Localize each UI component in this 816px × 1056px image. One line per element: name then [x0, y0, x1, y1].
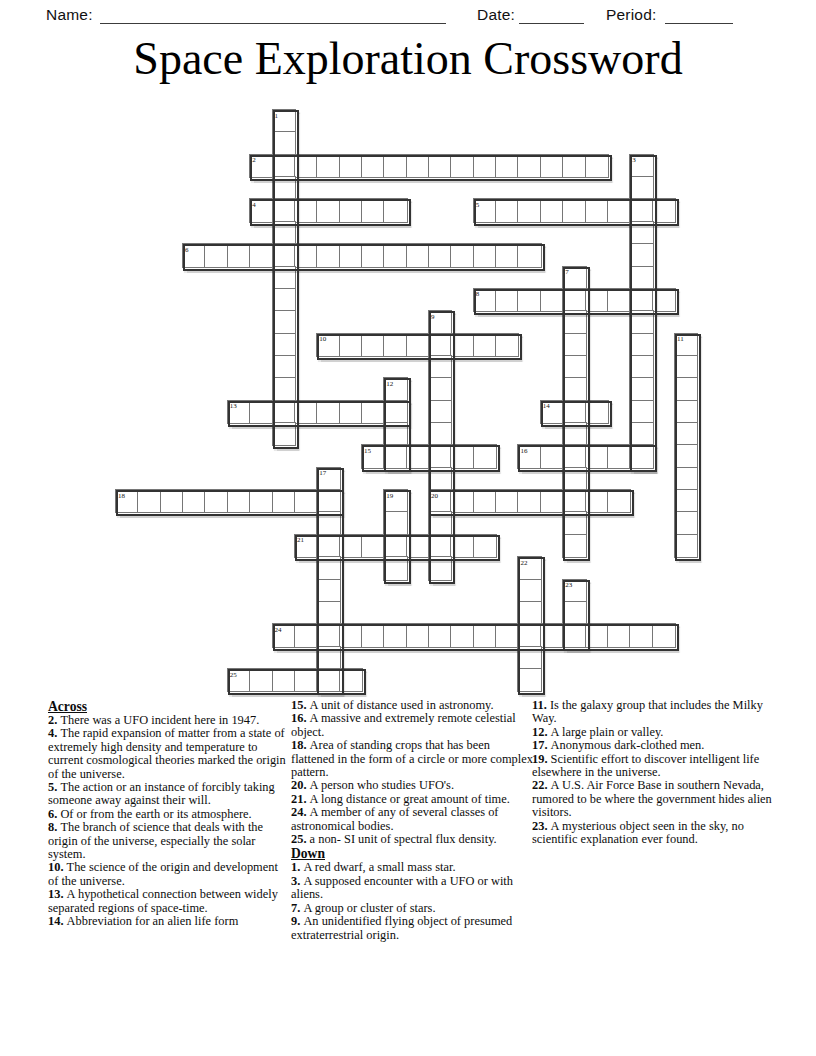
grid-cell[interactable]	[340, 155, 362, 177]
grid-cell[interactable]	[295, 624, 317, 646]
grid-cell[interactable]	[630, 311, 652, 333]
clue-item: 17. Anonymous dark-clothed men.	[532, 739, 772, 752]
grid-cell[interactable]	[608, 445, 630, 467]
grid-cell[interactable]	[340, 624, 362, 646]
grid-cell[interactable]	[362, 401, 384, 423]
clue-item: 3. A supposed encounter with a UFO or wi…	[291, 875, 533, 902]
grid-cell[interactable]	[273, 110, 295, 132]
grid-cell[interactable]	[295, 155, 317, 177]
grid-cell[interactable]	[317, 334, 339, 356]
clue-item: 12. A large plain or valley.	[532, 726, 772, 739]
grid-cell[interactable]	[340, 535, 362, 557]
grid-cell[interactable]	[317, 602, 339, 624]
clue-column-1: Across2. There was a UFO incident here i…	[48, 699, 286, 929]
grid-cell[interactable]	[273, 356, 295, 378]
grid-cell[interactable]	[563, 155, 585, 177]
grid-cell[interactable]	[563, 289, 585, 311]
grid-cell[interactable]	[295, 199, 317, 221]
clue-column-3: 11. Is the galaxy group that includes th…	[532, 699, 772, 846]
grid-cell[interactable]	[429, 401, 451, 423]
grid-cell[interactable]	[295, 535, 317, 557]
grid-cell[interactable]	[541, 155, 563, 177]
across-heading: Across	[48, 699, 286, 714]
grid-cell[interactable]	[362, 244, 384, 266]
grid-cell[interactable]	[630, 155, 652, 177]
grid-cell[interactable]	[496, 244, 518, 266]
grid-cell[interactable]	[496, 199, 518, 221]
grid-cell[interactable]	[384, 512, 406, 534]
grid-cell[interactable]	[116, 490, 138, 512]
grid-cell[interactable]	[563, 401, 585, 423]
grid-cell[interactable]	[317, 512, 339, 534]
clue-item: 21. A long distance or great amount of t…	[291, 793, 533, 806]
grid-cell[interactable]	[362, 199, 384, 221]
grid-cell[interactable]	[496, 490, 518, 512]
grid-cell[interactable]	[675, 445, 697, 467]
grid-cell[interactable]	[273, 378, 295, 400]
grid-cell[interactable]	[586, 624, 608, 646]
grid-cell[interactable]	[563, 602, 585, 624]
clue-item: 23. A mysterious object seen in the sky,…	[532, 820, 772, 847]
grid-cell[interactable]	[317, 669, 339, 691]
grid-cell[interactable]	[295, 244, 317, 266]
grid-cell[interactable]	[675, 334, 697, 356]
grid-cell[interactable]	[630, 244, 652, 266]
grid-cell[interactable]	[563, 199, 585, 221]
grid-cell[interactable]	[586, 401, 608, 423]
grid-cell[interactable]	[273, 222, 295, 244]
grid-cell[interactable]	[563, 334, 585, 356]
grid-cell[interactable]	[161, 490, 183, 512]
grid-cell[interactable]	[407, 535, 429, 557]
grid-cell[interactable]	[630, 401, 652, 423]
grid-cell[interactable]	[675, 401, 697, 423]
grid-cell[interactable]	[675, 378, 697, 400]
grid-cell[interactable]	[362, 155, 384, 177]
grid-cell[interactable]	[384, 535, 406, 557]
clue-item: 4. The rapid expansion of matter from a …	[48, 727, 286, 781]
grid-cell[interactable]	[630, 356, 652, 378]
grid-cell[interactable]	[340, 669, 362, 691]
grid-cell[interactable]	[541, 624, 563, 646]
clue-item: 8. The branch of science that deals with…	[48, 821, 286, 861]
grid-cell[interactable]	[518, 624, 540, 646]
grid-cell[interactable]	[451, 334, 473, 356]
grid-cell[interactable]	[518, 580, 540, 602]
grid-cell[interactable]	[384, 557, 406, 579]
grid-cell[interactable]	[451, 244, 473, 266]
grid-cell[interactable]	[295, 669, 317, 691]
period-blank-line[interactable]	[665, 2, 733, 24]
grid-cell[interactable]	[340, 244, 362, 266]
grid-cell[interactable]	[273, 334, 295, 356]
grid-cell[interactable]	[518, 557, 540, 579]
grid-cell[interactable]	[563, 311, 585, 333]
grid-cell[interactable]	[630, 445, 652, 467]
grid-cell[interactable]	[228, 401, 250, 423]
grid-cell[interactable]	[407, 624, 429, 646]
grid-cell[interactable]	[630, 199, 652, 221]
grid-cell[interactable]	[317, 468, 339, 490]
grid-cell[interactable]	[384, 155, 406, 177]
grid-cell[interactable]	[630, 177, 652, 199]
clue-item: 1. A red dwarf, a small mass star.	[291, 861, 533, 874]
date-blank-line[interactable]	[519, 2, 584, 24]
grid-cell[interactable]	[273, 132, 295, 154]
grid-cell[interactable]	[518, 289, 540, 311]
grid-cell[interactable]	[541, 289, 563, 311]
grid-cell[interactable]	[429, 445, 451, 467]
grid-cell[interactable]	[384, 490, 406, 512]
grid-cell[interactable]	[228, 244, 250, 266]
clue-item: 16. A massive and extremely remote celes…	[291, 712, 533, 739]
grid-cell[interactable]	[317, 490, 339, 512]
clue-item: 19. Scientific effort to discover intell…	[532, 753, 772, 780]
grid-cell[interactable]	[384, 244, 406, 266]
grid-cell[interactable]	[630, 334, 652, 356]
grid-cell[interactable]	[496, 155, 518, 177]
grid-cell[interactable]	[407, 155, 429, 177]
grid-cell[interactable]	[518, 155, 540, 177]
grid-cell[interactable]	[273, 155, 295, 177]
grid-cell[interactable]	[228, 490, 250, 512]
grid-cell[interactable]	[563, 468, 585, 490]
clue-item: 22. A U.S. Air Force Base in southern Ne…	[532, 779, 772, 819]
grid-cell[interactable]	[273, 177, 295, 199]
clue-item: 14. Abbreviation for an alien life form	[48, 915, 286, 928]
grid-cell[interactable]	[362, 334, 384, 356]
grid-cell[interactable]	[653, 289, 675, 311]
grid-cell[interactable]	[250, 155, 272, 177]
grid-cell[interactable]	[586, 199, 608, 221]
grid-cell[interactable]	[317, 557, 339, 579]
grid-cell[interactable]	[362, 624, 384, 646]
grid-cell[interactable]	[563, 356, 585, 378]
grid-cell[interactable]	[429, 423, 451, 445]
grid-cell[interactable]	[429, 490, 451, 512]
grid-cell[interactable]	[429, 535, 451, 557]
grid-cell[interactable]	[563, 512, 585, 534]
grid-cell[interactable]	[541, 199, 563, 221]
grid-cell[interactable]	[317, 535, 339, 557]
grid-cell[interactable]	[340, 199, 362, 221]
grid-cell[interactable]	[317, 624, 339, 646]
grid-cell[interactable]	[429, 512, 451, 534]
grid-cell[interactable]	[474, 289, 496, 311]
grid-cell[interactable]	[250, 199, 272, 221]
grid-cell[interactable]	[474, 445, 496, 467]
grid-cell[interactable]	[407, 334, 429, 356]
grid-cell[interactable]	[273, 289, 295, 311]
clue-item: 20. A person who studies UFO's.	[291, 779, 533, 792]
clue-item: 6. Of or from the earth or its atmospher…	[48, 808, 286, 821]
grid-cell[interactable]	[518, 244, 540, 266]
grid-cell[interactable]	[608, 289, 630, 311]
grid-cell[interactable]	[228, 669, 250, 691]
grid-cell[interactable]	[474, 334, 496, 356]
grid-cell[interactable]	[317, 401, 339, 423]
grid-cell[interactable]	[451, 445, 473, 467]
grid-cell[interactable]	[630, 423, 652, 445]
grid-cell[interactable]	[586, 155, 608, 177]
grid-cell[interactable]	[608, 490, 630, 512]
grid-cell[interactable]	[340, 401, 362, 423]
grid-cell[interactable]	[474, 624, 496, 646]
grid-cell[interactable]	[250, 401, 272, 423]
grid-cell[interactable]	[675, 423, 697, 445]
grid-cell[interactable]	[295, 490, 317, 512]
grid-cell[interactable]	[474, 535, 496, 557]
grid-cell[interactable]	[429, 557, 451, 579]
clue-item: 25. a non- SI unit of spectral flux dens…	[291, 833, 533, 846]
grid-cell[interactable]	[429, 624, 451, 646]
grid-cell[interactable]	[317, 199, 339, 221]
name-label: Name:	[46, 6, 93, 24]
grid-cell[interactable]	[675, 535, 697, 557]
grid-cell[interactable]	[675, 512, 697, 534]
grid-cell[interactable]	[474, 244, 496, 266]
grid-cell[interactable]	[451, 490, 473, 512]
clue-item: 7. A group or cluster of stars.	[291, 902, 533, 915]
date-label: Date:	[477, 6, 515, 24]
down-heading: Down	[291, 846, 533, 861]
grid-cell[interactable]	[451, 155, 473, 177]
grid-cell[interactable]	[317, 244, 339, 266]
grid-cell[interactable]	[518, 647, 540, 669]
grid-cell[interactable]	[563, 445, 585, 467]
grid-cell[interactable]	[608, 624, 630, 646]
grid-cell[interactable]	[384, 445, 406, 467]
clue-item: 10. The science of the origin and develo…	[48, 861, 286, 888]
grid-cell[interactable]	[429, 244, 451, 266]
clue-item: 11. Is the galaxy group that includes th…	[532, 699, 772, 726]
grid-cell[interactable]	[250, 669, 272, 691]
grid-cell[interactable]	[273, 624, 295, 646]
clue-item: 18. Area of standing crops that has been…	[291, 739, 533, 779]
clue-item: 2. There was a UFO incident here in 1947…	[48, 714, 286, 727]
grid-cell[interactable]	[273, 267, 295, 289]
grid-cell[interactable]	[586, 445, 608, 467]
grid-cell[interactable]	[429, 378, 451, 400]
grid-cell[interactable]	[563, 378, 585, 400]
grid-cell[interactable]	[518, 602, 540, 624]
grid-cell[interactable]	[384, 401, 406, 423]
grid-cell[interactable]	[541, 490, 563, 512]
grid-cell[interactable]	[541, 401, 563, 423]
grid-cell[interactable]	[429, 155, 451, 177]
grid-cell[interactable]	[675, 468, 697, 490]
clue-column-2: 15. A unit of distance used in astronomy…	[291, 699, 533, 942]
grid-cell[interactable]	[518, 490, 540, 512]
grid-cell[interactable]	[496, 334, 518, 356]
grid-cell[interactable]	[586, 289, 608, 311]
grid-cell[interactable]	[653, 199, 675, 221]
grid-cell[interactable]	[273, 244, 295, 266]
grid-cell[interactable]	[630, 624, 652, 646]
grid-cell[interactable]	[630, 222, 652, 244]
grid-cell[interactable]	[675, 490, 697, 512]
page-title: Space Exploration Crossword	[0, 32, 816, 85]
grid-cell[interactable]	[384, 378, 406, 400]
grid-cell[interactable]	[474, 199, 496, 221]
grid-cell[interactable]	[384, 423, 406, 445]
grid-cell[interactable]	[317, 647, 339, 669]
grid-cell[interactable]	[518, 445, 540, 467]
grid-cell[interactable]	[273, 311, 295, 333]
clue-item: 5. The action or an instance of forcibly…	[48, 781, 286, 808]
grid-cell[interactable]	[273, 423, 295, 445]
grid-cell[interactable]	[518, 199, 540, 221]
grid-cell[interactable]	[362, 445, 384, 467]
clue-item: 9. An unidentified flying object of pres…	[291, 915, 533, 942]
grid-cell[interactable]	[563, 423, 585, 445]
grid-cell[interactable]	[496, 289, 518, 311]
grid-cell[interactable]	[273, 401, 295, 423]
grid-cell[interactable]	[317, 155, 339, 177]
grid-cell[interactable]	[429, 311, 451, 333]
grid-cell[interactable]	[563, 580, 585, 602]
grid-cell[interactable]	[384, 199, 406, 221]
clue-item: 15. A unit of distance used in astronomy…	[291, 699, 533, 712]
grid-cell[interactable]	[563, 267, 585, 289]
grid-cell[interactable]	[340, 334, 362, 356]
clue-item: 24. A member of any of several classes o…	[291, 806, 533, 833]
grid-cell[interactable]	[451, 535, 473, 557]
grid-cell[interactable]	[429, 356, 451, 378]
worksheet-page: Name: Date: Period: Space Exploration Cr…	[0, 0, 816, 1056]
grid-cell[interactable]	[563, 624, 585, 646]
grid-cell[interactable]	[384, 624, 406, 646]
grid-cell[interactable]	[474, 155, 496, 177]
grid-cell[interactable]	[541, 445, 563, 467]
grid-cell[interactable]	[273, 199, 295, 221]
grid-cell[interactable]	[205, 490, 227, 512]
grid-cell[interactable]	[451, 624, 473, 646]
period-label: Period:	[606, 6, 657, 24]
grid-cell[interactable]	[317, 580, 339, 602]
grid-cell[interactable]	[384, 334, 406, 356]
clue-item: 13. A hypothetical connection between wi…	[48, 888, 286, 915]
grid-cell[interactable]	[362, 535, 384, 557]
grid-cell[interactable]	[630, 378, 652, 400]
grid-cell[interactable]	[653, 624, 675, 646]
grid-cell[interactable]	[205, 244, 227, 266]
grid-cell[interactable]	[183, 490, 205, 512]
grid-cell[interactable]	[563, 535, 585, 557]
grid-cell[interactable]	[273, 490, 295, 512]
grid-cell[interactable]	[183, 244, 205, 266]
grid-cell[interactable]	[295, 401, 317, 423]
grid-cell[interactable]	[250, 490, 272, 512]
grid-cell[interactable]	[608, 199, 630, 221]
grid-cell[interactable]	[138, 490, 160, 512]
grid-cell[interactable]	[630, 267, 652, 289]
grid-cell[interactable]	[586, 490, 608, 512]
grid-cell[interactable]	[429, 334, 451, 356]
grid-cell[interactable]	[273, 669, 295, 691]
crossword-grid: 2456810131415161820212425137911121719222…	[116, 110, 698, 692]
grid-cell[interactable]	[250, 244, 272, 266]
grid-cell[interactable]	[630, 289, 652, 311]
grid-cell[interactable]	[407, 244, 429, 266]
grid-cell[interactable]	[563, 490, 585, 512]
grid-cell[interactable]	[407, 445, 429, 467]
name-blank-line[interactable]	[100, 2, 446, 24]
grid-cell[interactable]	[675, 356, 697, 378]
grid-cell[interactable]	[429, 468, 451, 490]
grid-cell[interactable]	[474, 490, 496, 512]
grid-cell[interactable]	[518, 669, 540, 691]
grid-cell[interactable]	[496, 624, 518, 646]
